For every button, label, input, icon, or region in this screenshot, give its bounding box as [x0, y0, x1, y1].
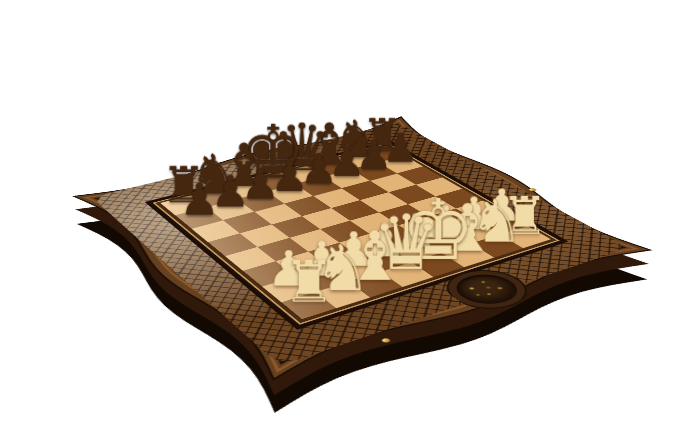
- piece-white-rook[interactable]: ♜: [283, 253, 335, 311]
- piece-black-pawn[interactable]: ♟: [180, 178, 219, 222]
- chess-board: ♜♞♝♚♛♝♞♜♟♟♟♟♟♟♟♟♟♟♟♟♟♟♟♟♜♞♝♛♚♝♞♜: [59, 112, 669, 391]
- product-photo: ♜♞♝♚♛♝♞♜♟♟♟♟♟♟♟♟♟♟♟♟♟♟♟♟♜♞♝♛♚♝♞♜: [0, 0, 700, 438]
- square-a1[interactable]: ♜: [281, 292, 336, 319]
